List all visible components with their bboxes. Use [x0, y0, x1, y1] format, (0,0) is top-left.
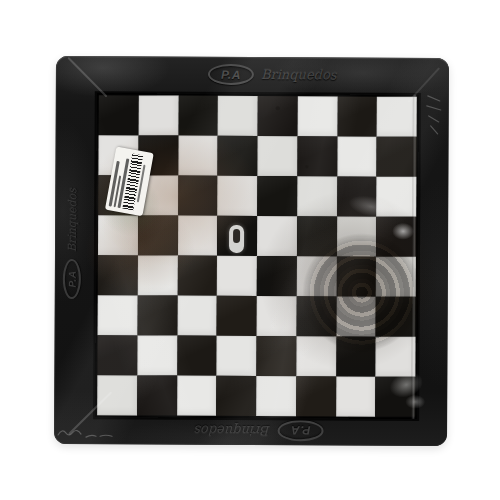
board-square-dark [376, 297, 416, 337]
board-square-light [297, 96, 337, 136]
board-square-dark [137, 295, 177, 335]
board-square-light [177, 376, 217, 416]
board-recess [95, 93, 419, 419]
board-square-light [337, 136, 377, 176]
board-square-light [138, 95, 178, 135]
brand-logo-bottom: P.A Brinquedos [195, 420, 324, 442]
board-square-dark [337, 96, 377, 136]
board-square-light [297, 256, 337, 296]
board-square-dark [97, 335, 137, 375]
board-square-dark [137, 375, 177, 415]
board-square-dark [337, 176, 377, 216]
board-square-dark [375, 377, 415, 417]
board-square-light [98, 215, 138, 255]
board-square-light [297, 176, 337, 216]
board-square-light [257, 216, 297, 256]
board-square-light [98, 295, 138, 335]
board-frame: P.A Brinquedos P.A Brinquedos P.A Brinqu… [54, 56, 449, 446]
board-square-light [376, 257, 416, 297]
board-square-light [336, 376, 376, 416]
board-square-light [256, 376, 296, 416]
pa-oval-logo: P.A [208, 64, 254, 85]
board-square-light [296, 336, 336, 376]
board-square-light [257, 296, 297, 336]
board-square-light [177, 216, 217, 256]
board-square-dark [296, 376, 336, 416]
board-square-dark [256, 336, 296, 376]
board-square-dark [177, 336, 217, 376]
board-square-light [138, 255, 178, 295]
board-square-light [178, 136, 218, 176]
brand-name-text: Brinquedos [65, 188, 78, 252]
board-square-dark [217, 296, 257, 336]
board-square-dark [177, 256, 217, 296]
board-square-dark [138, 215, 178, 255]
board-square-light [336, 216, 376, 256]
board-square-dark [377, 137, 417, 177]
board-square-dark [257, 176, 297, 216]
board-square-dark [336, 256, 376, 296]
board-square-light [217, 336, 257, 376]
board-square-light [336, 296, 376, 336]
board-square-light [376, 177, 416, 217]
product-photo: P.A Brinquedos P.A Brinquedos P.A Brinqu… [0, 0, 500, 500]
brand-logo-top: P.A Brinquedos [208, 64, 337, 86]
pa-oval-logo: P.A [63, 259, 81, 299]
board-square-dark [98, 255, 138, 295]
board-square-dark [258, 96, 298, 136]
pa-oval-logo: P.A [278, 420, 324, 441]
board-square-light [177, 296, 217, 336]
board-square-dark [217, 216, 257, 256]
board-square-dark [376, 217, 416, 257]
board-square-dark [218, 136, 258, 176]
board-square-dark [178, 176, 218, 216]
board-square-dark [297, 136, 337, 176]
board-square-light [97, 375, 137, 415]
board-square-light [137, 335, 177, 375]
board-square-light [257, 136, 297, 176]
chessboard [97, 95, 417, 417]
board-square-dark [257, 256, 297, 296]
board-square-dark [178, 96, 218, 136]
brand-name-text: Brinquedos [195, 423, 271, 438]
board-square-dark [296, 296, 336, 336]
board-square-light [376, 337, 416, 377]
board-square-dark [216, 376, 256, 416]
board-square-dark [336, 336, 376, 376]
brand-name-text: Brinquedos [261, 67, 337, 82]
board-square-light [217, 176, 257, 216]
board-square-light [217, 256, 257, 296]
board-square-dark [99, 95, 139, 135]
board-square-light [377, 97, 417, 137]
brand-logo-left: P.A Brinquedos [61, 179, 84, 299]
board-square-dark [297, 216, 337, 256]
board-square-light [218, 96, 258, 136]
